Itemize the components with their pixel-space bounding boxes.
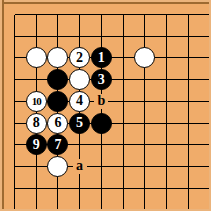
stone-white-8: 8 bbox=[26, 113, 47, 134]
board-edge-bottom bbox=[0, 209, 211, 211]
board-edge-right bbox=[209, 0, 211, 211]
point-label-b: b bbox=[94, 94, 108, 109]
stone-black-5: 5 bbox=[69, 113, 90, 134]
point-label-a: a bbox=[73, 159, 87, 174]
stone-white-6: 6 bbox=[47, 113, 68, 134]
board-edge-left bbox=[0, 0, 4, 211]
stone-black-3: 3 bbox=[91, 69, 112, 90]
stone-black-9: 9 bbox=[26, 134, 47, 155]
stone-white-10: 10 bbox=[26, 91, 47, 112]
stone-black bbox=[91, 113, 112, 134]
board-edge-top bbox=[0, 0, 211, 4]
go-diagram: 21310486597ba bbox=[0, 0, 211, 211]
stone-white-4: 4 bbox=[69, 91, 90, 112]
go-board: 21310486597ba bbox=[0, 0, 211, 211]
stone-white bbox=[26, 47, 47, 68]
